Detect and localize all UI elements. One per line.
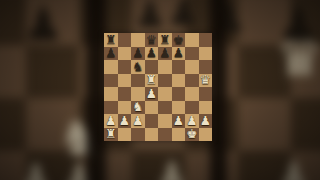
- square-e7[interactable]: ♟: [158, 47, 172, 61]
- square-d1[interactable]: [145, 128, 159, 142]
- square-c6[interactable]: ♞: [131, 60, 145, 74]
- square-h7[interactable]: [199, 47, 213, 61]
- square-c4[interactable]: [131, 87, 145, 101]
- square-g5[interactable]: [185, 74, 199, 88]
- square-b4[interactable]: [118, 87, 132, 101]
- square-c1[interactable]: [131, 128, 145, 142]
- square-a8[interactable]: ♜: [104, 33, 118, 47]
- square-b3[interactable]: [118, 101, 132, 115]
- square-f7[interactable]: ♟: [172, 47, 186, 61]
- video-edge-left: [86, 0, 106, 180]
- square-b7[interactable]: [118, 47, 132, 61]
- square-c8[interactable]: [131, 33, 145, 47]
- square-c7[interactable]: ♟: [131, 47, 145, 61]
- square-a4[interactable]: [104, 87, 118, 101]
- blurred-white-pawn: ♟: [156, 157, 188, 180]
- square-a5[interactable]: [104, 74, 118, 88]
- square-b5[interactable]: [118, 74, 132, 88]
- square-g8[interactable]: [185, 33, 199, 47]
- square-e1[interactable]: [158, 128, 172, 142]
- square-g1[interactable]: ♚: [185, 128, 199, 142]
- white-knight: ♞: [132, 101, 143, 114]
- video-edge-right: [210, 0, 227, 180]
- square-e6[interactable]: [158, 60, 172, 74]
- blurred-black-pawn: ♟: [22, 1, 63, 47]
- square-h1[interactable]: [199, 128, 213, 142]
- square-f5[interactable]: [172, 74, 186, 88]
- square-a7[interactable]: ♟: [104, 47, 118, 61]
- black-knight: ♞: [132, 61, 143, 74]
- white-rook: ♜: [146, 74, 157, 87]
- white-pawn: ♟: [173, 115, 184, 128]
- square-a3[interactable]: [104, 101, 118, 115]
- square-g7[interactable]: [185, 47, 199, 61]
- white-queen: ♛: [200, 74, 211, 87]
- white-pawn: ♟: [146, 88, 157, 101]
- black-pawn: ♟: [173, 47, 184, 60]
- square-e2[interactable]: [158, 114, 172, 128]
- square-g2[interactable]: ♟: [185, 114, 199, 128]
- square-c3[interactable]: ♞: [131, 101, 145, 115]
- square-e8[interactable]: ♜: [158, 33, 172, 47]
- square-d2[interactable]: [145, 114, 159, 128]
- square-f8[interactable]: ♚: [172, 33, 186, 47]
- square-g4[interactable]: [185, 87, 199, 101]
- white-pawn: ♟: [200, 115, 211, 128]
- square-f1[interactable]: [172, 128, 186, 142]
- blurred-white-pawn: ♟: [278, 157, 310, 180]
- square-e3[interactable]: [158, 101, 172, 115]
- square-f6[interactable]: [172, 60, 186, 74]
- chess-board[interactable]: ♜♛♜♚♟♟♟♟♟♞♜♛♟♞♟♟♟♟♟♟♜♚: [104, 33, 212, 141]
- square-c5[interactable]: [131, 74, 145, 88]
- black-queen: ♛: [146, 34, 157, 47]
- square-f3[interactable]: [172, 101, 186, 115]
- square-d6[interactable]: [145, 60, 159, 74]
- square-a2[interactable]: ♟: [104, 114, 118, 128]
- square-a1[interactable]: ♜: [104, 128, 118, 142]
- square-b1[interactable]: [118, 128, 132, 142]
- white-pawn: ♟: [105, 115, 116, 128]
- square-b6[interactable]: [118, 60, 132, 74]
- square-h8[interactable]: [199, 33, 213, 47]
- black-pawn: ♟: [132, 47, 143, 60]
- black-pawn: ♟: [105, 47, 116, 60]
- square-d5[interactable]: ♜: [145, 74, 159, 88]
- square-f2[interactable]: ♟: [172, 114, 186, 128]
- square-h5[interactable]: ♛: [199, 74, 213, 88]
- square-b8[interactable]: [118, 33, 132, 47]
- white-pawn: ♟: [119, 115, 130, 128]
- blurred-white-pawn: ♟: [20, 159, 52, 180]
- square-d3[interactable]: [145, 101, 159, 115]
- square-b2[interactable]: ♟: [118, 114, 132, 128]
- square-d8[interactable]: ♛: [145, 33, 159, 47]
- square-h2[interactable]: ♟: [199, 114, 213, 128]
- black-rook: ♜: [105, 34, 116, 47]
- square-h6[interactable]: [199, 60, 213, 74]
- white-pawn: ♟: [132, 115, 143, 128]
- square-d4[interactable]: ♟: [145, 87, 159, 101]
- square-g3[interactable]: [185, 101, 199, 115]
- square-e4[interactable]: [158, 87, 172, 101]
- square-d7[interactable]: ♟: [145, 47, 159, 61]
- white-pawn: ♟: [186, 115, 197, 128]
- square-c2[interactable]: ♟: [131, 114, 145, 128]
- square-e5[interactable]: [158, 74, 172, 88]
- square-h3[interactable]: [199, 101, 213, 115]
- video-frame: ♟♛♟♟♟♟♟♟♟♞♟ ♜♛♜♚♟♟♟♟♟♞♜♛♟♞♟♟♟♟♟♟♜♚: [0, 0, 320, 180]
- black-king: ♚: [173, 34, 184, 47]
- white-king: ♚: [186, 128, 197, 141]
- black-pawn: ♟: [159, 47, 170, 60]
- square-g6[interactable]: [185, 60, 199, 74]
- square-h4[interactable]: [199, 87, 213, 101]
- blurred-black-pawn: ♟: [277, 1, 318, 47]
- square-a6[interactable]: [104, 60, 118, 74]
- black-pawn: ♟: [146, 47, 157, 60]
- white-rook: ♜: [105, 128, 116, 141]
- square-f4[interactable]: [172, 87, 186, 101]
- blurred-black-pawn: ♟: [166, 0, 200, 31]
- black-rook: ♜: [159, 34, 170, 47]
- blurred-black-pawn: ♟: [133, 0, 167, 33]
